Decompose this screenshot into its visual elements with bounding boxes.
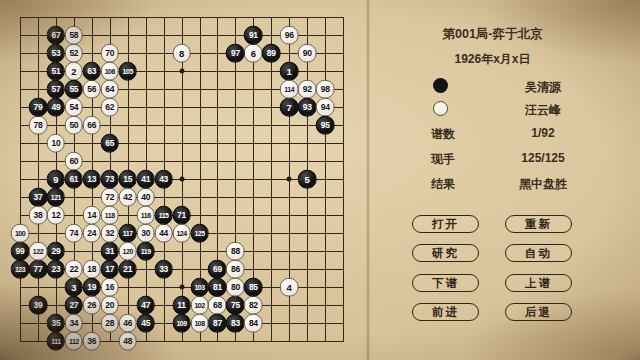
hoshi-star-point: [179, 69, 184, 74]
next-record-button[interactable]: 下谱: [412, 274, 479, 292]
stone-white-move-100: 100: [11, 224, 30, 243]
stone-white-move-62: 62: [100, 98, 119, 117]
stone-white-move-116: 116: [136, 206, 155, 225]
stone-white-move-78: 78: [29, 116, 48, 135]
stone-black-move-37: 37: [29, 188, 48, 207]
stone-black-move-117: 117: [118, 224, 137, 243]
stone-black-move-5: 5: [298, 170, 317, 189]
stone-black-move-13: 13: [83, 170, 102, 189]
stone-white-move-30: 30: [136, 224, 155, 243]
game-title: 第001局-弈于北京: [385, 26, 600, 43]
stone-black-move-109: 109: [172, 314, 191, 333]
stone-black-move-91: 91: [244, 26, 263, 45]
stone-white-move-54: 54: [65, 98, 84, 117]
stone-white-move-48: 48: [118, 332, 137, 351]
stone-white-move-96: 96: [280, 26, 299, 45]
hoshi-star-point: [179, 285, 184, 290]
stone-black-move-31: 31: [100, 242, 119, 261]
stone-white-move-52: 52: [65, 44, 84, 63]
stone-white-move-90: 90: [298, 44, 317, 63]
stone-black-move-57: 57: [47, 80, 66, 99]
stone-black-move-9: 9: [47, 170, 66, 189]
stone-white-move-28: 28: [100, 314, 119, 333]
stone-black-move-35: 35: [47, 314, 66, 333]
stone-white-move-34: 34: [65, 314, 84, 333]
stone-black-move-125: 125: [190, 224, 209, 243]
stone-black-move-29: 29: [47, 242, 66, 261]
stone-white-move-66: 66: [83, 116, 102, 135]
stone-white-move-98: 98: [316, 80, 335, 99]
stone-white-move-44: 44: [154, 224, 173, 243]
stone-white-move-94: 94: [316, 98, 335, 117]
stone-black-move-111: 111: [47, 332, 66, 351]
prev-record-button[interactable]: 上谱: [505, 274, 572, 292]
stone-black-move-73: 73: [100, 170, 119, 189]
stone-black-move-75: 75: [226, 296, 245, 315]
stone-black-move-93: 93: [298, 98, 317, 117]
stone-white-move-84: 84: [244, 314, 263, 333]
stone-black-move-33: 33: [154, 260, 173, 279]
grid-line-vertical: [271, 17, 272, 341]
open-button[interactable]: 打开: [412, 215, 479, 233]
stone-white-move-32: 32: [100, 224, 119, 243]
stone-black-move-17: 17: [100, 260, 119, 279]
stone-black-move-23: 23: [47, 260, 66, 279]
stone-white-move-124: 124: [172, 224, 191, 243]
stone-black-move-49: 49: [47, 98, 66, 117]
stone-white-move-64: 64: [100, 80, 119, 99]
stone-white-move-58: 58: [65, 26, 84, 45]
stone-white-move-6: 6: [244, 44, 263, 63]
stone-white-move-106: 106: [100, 62, 119, 81]
stone-black-move-61: 61: [65, 170, 84, 189]
stone-white-move-86: 86: [226, 260, 245, 279]
go-record-viewer-app: 1234567891011121314151617181920212223242…: [0, 0, 640, 360]
grid-line-vertical: [343, 17, 344, 341]
game-date: 1926年x月x日: [385, 51, 600, 68]
current-move-label: 现手: [431, 151, 455, 168]
stone-white-move-50: 50: [65, 116, 84, 135]
stone-black-move-27: 27: [65, 296, 84, 315]
stone-black-move-67: 67: [47, 26, 66, 45]
stone-white-move-80: 80: [226, 278, 245, 297]
stone-white-move-46: 46: [118, 314, 137, 333]
stone-white-move-42: 42: [118, 188, 137, 207]
stone-white-move-74: 74: [65, 224, 84, 243]
stone-white-move-102: 102: [190, 296, 209, 315]
stone-black-move-99: 99: [11, 242, 30, 261]
stone-black-move-83: 83: [226, 314, 245, 333]
stone-black-move-3: 3: [65, 278, 84, 297]
go-board[interactable]: 1234567891011121314151617181920212223242…: [0, 0, 375, 360]
stone-black-move-21: 21: [118, 260, 137, 279]
stone-black-move-45: 45: [136, 314, 155, 333]
stone-black-move-85: 85: [244, 278, 263, 297]
stone-white-move-60: 60: [65, 152, 84, 171]
black-player-icon: [433, 78, 448, 93]
stone-white-move-88: 88: [226, 242, 245, 261]
stone-black-move-105: 105: [118, 62, 137, 81]
stone-black-move-7: 7: [280, 98, 299, 117]
stone-black-move-77: 77: [29, 260, 48, 279]
stone-black-move-43: 43: [154, 170, 173, 189]
stone-black-move-41: 41: [136, 170, 155, 189]
stone-white-move-8: 8: [172, 44, 191, 63]
study-button[interactable]: 研究: [412, 244, 479, 262]
stone-black-move-89: 89: [262, 44, 281, 63]
stone-white-move-36: 36: [83, 332, 102, 351]
current-move-value: 125/125: [485, 151, 601, 165]
grid-line-horizontal: [20, 251, 344, 252]
result-value: 黑中盘胜: [485, 176, 601, 193]
stone-black-move-81: 81: [208, 278, 227, 297]
stone-white-move-114: 114: [280, 80, 299, 99]
stone-white-move-10: 10: [47, 134, 66, 153]
stone-white-move-120: 120: [118, 242, 137, 261]
grid-line-horizontal: [20, 197, 344, 198]
auto-button[interactable]: 自动: [505, 244, 572, 262]
stone-black-move-87: 87: [208, 314, 227, 333]
hoshi-star-point: [179, 177, 184, 182]
stone-black-move-69: 69: [208, 260, 227, 279]
stone-white-move-18: 18: [83, 260, 102, 279]
record-count-value: 1/92: [485, 126, 601, 140]
stone-black-move-11: 11: [172, 296, 191, 315]
stone-white-move-72: 72: [100, 188, 119, 207]
record-count-label: 谱数: [431, 126, 455, 143]
stone-black-move-1: 1: [280, 62, 299, 81]
stone-black-move-15: 15: [118, 170, 137, 189]
white-player-icon: [433, 101, 448, 116]
game-info-panel: 第001局-弈于北京 1926年x月x日 吴清源 汪云峰 谱数 1/92 现手 …: [385, 0, 640, 360]
stone-black-move-123: 123: [11, 260, 30, 279]
stone-white-move-4: 4: [280, 278, 299, 297]
black-player-name: 吴清源: [485, 79, 601, 96]
stone-black-move-65: 65: [100, 134, 119, 153]
restart-button[interactable]: 重新: [505, 215, 572, 233]
result-label: 结果: [431, 176, 455, 193]
stone-white-move-108: 108: [190, 314, 209, 333]
stone-black-move-19: 19: [83, 278, 102, 297]
stone-black-move-95: 95: [316, 116, 335, 135]
forward-button[interactable]: 前进: [412, 303, 479, 321]
stone-black-move-115: 115: [154, 206, 173, 225]
stone-black-move-55: 55: [65, 80, 84, 99]
stone-black-move-39: 39: [29, 296, 48, 315]
stone-black-move-51: 51: [47, 62, 66, 81]
grid-line-vertical: [325, 17, 326, 341]
hoshi-star-point: [287, 177, 292, 182]
stone-white-move-118: 118: [100, 206, 119, 225]
stone-black-move-53: 53: [47, 44, 66, 63]
stone-white-move-20: 20: [100, 296, 119, 315]
white-player-name: 汪云峰: [485, 102, 601, 119]
stone-white-move-26: 26: [83, 296, 102, 315]
stone-white-move-82: 82: [244, 296, 263, 315]
stone-white-move-38: 38: [29, 206, 48, 225]
stone-white-move-122: 122: [29, 242, 48, 261]
stone-black-move-79: 79: [29, 98, 48, 117]
stone-white-move-12: 12: [47, 206, 66, 225]
stone-white-move-14: 14: [83, 206, 102, 225]
stone-black-move-119: 119: [136, 242, 155, 261]
stone-black-move-103: 103: [190, 278, 209, 297]
stone-white-move-92: 92: [298, 80, 317, 99]
stone-black-move-121: 121: [47, 188, 66, 207]
stone-black-move-71: 71: [172, 206, 191, 225]
stone-white-move-112: 112: [65, 332, 84, 351]
stone-white-move-70: 70: [100, 44, 119, 63]
stone-black-move-63: 63: [83, 62, 102, 81]
stone-white-move-56: 56: [83, 80, 102, 99]
stone-white-move-40: 40: [136, 188, 155, 207]
stone-white-move-24: 24: [83, 224, 102, 243]
stone-white-move-22: 22: [65, 260, 84, 279]
stone-black-move-47: 47: [136, 296, 155, 315]
back-button[interactable]: 后退: [505, 303, 572, 321]
stone-black-move-97: 97: [226, 44, 245, 63]
stone-white-move-16: 16: [100, 278, 119, 297]
stone-white-move-2: 2: [65, 62, 84, 81]
stone-white-move-68: 68: [208, 296, 227, 315]
